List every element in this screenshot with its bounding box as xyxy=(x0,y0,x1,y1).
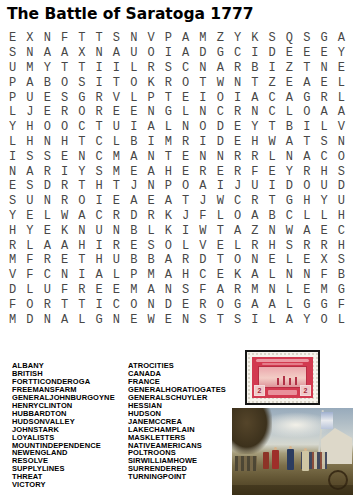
grid-cell[interactable]: E xyxy=(212,164,229,179)
grid-cell[interactable]: D xyxy=(160,297,177,312)
grid-cell[interactable]: P xyxy=(142,90,159,105)
grid-cell[interactable]: A xyxy=(160,268,177,283)
grid-cell[interactable]: K xyxy=(160,209,177,224)
grid-cell[interactable]: L xyxy=(108,268,125,283)
grid-cell[interactable]: U xyxy=(21,194,38,209)
grid-cell[interactable]: N xyxy=(212,149,229,164)
grid-cell[interactable]: O xyxy=(21,297,38,312)
grid-cell[interactable]: N xyxy=(142,105,159,120)
grid-cell[interactable]: S xyxy=(4,46,21,61)
grid-cell[interactable]: U xyxy=(246,179,263,194)
grid-cell[interactable]: L xyxy=(21,238,38,253)
grid-cell[interactable]: R xyxy=(56,179,73,194)
grid-cell[interactable]: P xyxy=(125,268,142,283)
grid-cell[interactable]: A xyxy=(125,149,142,164)
grid-cell[interactable]: E xyxy=(39,105,56,120)
grid-cell[interactable]: W xyxy=(263,135,280,150)
grid-cell[interactable]: T xyxy=(212,253,229,268)
grid-cell[interactable]: A xyxy=(177,31,194,46)
grid-cell[interactable]: W xyxy=(56,209,73,224)
grid-cell[interactable]: N xyxy=(73,149,90,164)
grid-cell[interactable]: B xyxy=(333,268,350,283)
grid-cell[interactable]: L xyxy=(177,105,194,120)
grid-cell[interactable]: O xyxy=(39,120,56,135)
grid-cell[interactable]: R xyxy=(90,90,107,105)
grid-cell[interactable]: N xyxy=(160,283,177,298)
grid-cell[interactable]: R xyxy=(229,164,246,179)
grid-cell[interactable]: E xyxy=(125,105,142,120)
grid-cell[interactable]: R xyxy=(56,105,73,120)
grid-cell[interactable]: I xyxy=(142,135,159,150)
grid-cell[interactable]: X xyxy=(73,46,90,61)
grid-cell[interactable]: K xyxy=(229,268,246,283)
grid-cell[interactable]: A xyxy=(142,283,159,298)
grid-cell[interactable]: Y xyxy=(298,312,315,327)
grid-cell[interactable]: C xyxy=(90,209,107,224)
grid-cell[interactable]: N xyxy=(39,194,56,209)
grid-cell[interactable]: L xyxy=(4,105,21,120)
grid-cell[interactable]: K xyxy=(142,75,159,90)
grid-cell[interactable]: V xyxy=(333,120,350,135)
grid-cell[interactable]: W xyxy=(281,223,298,238)
grid-cell[interactable]: A xyxy=(281,312,298,327)
grid-cell[interactable]: N xyxy=(246,253,263,268)
grid-cell[interactable]: H xyxy=(333,238,350,253)
grid-cell[interactable]: G xyxy=(229,297,246,312)
grid-cell[interactable]: N xyxy=(194,149,211,164)
grid-cell[interactable]: O xyxy=(212,90,229,105)
grid-cell[interactable]: E xyxy=(212,268,229,283)
grid-cell[interactable]: O xyxy=(125,297,142,312)
grid-cell[interactable]: E xyxy=(90,283,107,298)
grid-cell[interactable]: H xyxy=(246,135,263,150)
grid-cell[interactable]: Y xyxy=(39,61,56,76)
grid-cell[interactable]: A xyxy=(39,238,56,253)
grid-cell[interactable]: O xyxy=(177,75,194,90)
grid-cell[interactable]: B xyxy=(281,120,298,135)
grid-cell[interactable]: O xyxy=(315,312,332,327)
grid-cell[interactable]: Q xyxy=(281,31,298,46)
grid-cell[interactable]: I xyxy=(125,120,142,135)
grid-cell[interactable]: E xyxy=(315,46,332,61)
grid-cell[interactable]: I xyxy=(212,179,229,194)
grid-cell[interactable]: H xyxy=(90,253,107,268)
grid-cell[interactable]: A xyxy=(298,223,315,238)
grid-cell[interactable]: H xyxy=(315,164,332,179)
grid-cell[interactable]: U xyxy=(4,61,21,76)
grid-cell[interactable]: M xyxy=(246,283,263,298)
grid-cell[interactable]: C xyxy=(263,90,280,105)
grid-cell[interactable]: R xyxy=(246,238,263,253)
grid-cell[interactable]: C xyxy=(39,268,56,283)
grid-cell[interactable]: A xyxy=(21,164,38,179)
grid-cell[interactable]: J xyxy=(125,179,142,194)
grid-cell[interactable]: C xyxy=(229,194,246,209)
grid-cell[interactable]: E xyxy=(229,120,246,135)
grid-cell[interactable]: J xyxy=(21,105,38,120)
grid-cell[interactable]: N xyxy=(4,164,21,179)
grid-cell[interactable]: N xyxy=(125,31,142,46)
grid-cell[interactable]: F xyxy=(4,297,21,312)
grid-cell[interactable]: E xyxy=(125,164,142,179)
grid-cell[interactable]: S xyxy=(142,238,159,253)
grid-cell[interactable]: D xyxy=(39,179,56,194)
grid-cell[interactable]: K xyxy=(160,223,177,238)
grid-cell[interactable]: W xyxy=(212,194,229,209)
grid-cell[interactable]: K xyxy=(56,223,73,238)
grid-cell[interactable]: G xyxy=(315,297,332,312)
grid-cell[interactable]: L xyxy=(263,312,280,327)
grid-cell[interactable]: N xyxy=(90,46,107,61)
grid-cell[interactable]: T xyxy=(90,31,107,46)
grid-cell[interactable]: M xyxy=(125,283,142,298)
grid-cell[interactable]: T xyxy=(263,120,280,135)
grid-cell[interactable]: Z xyxy=(263,75,280,90)
grid-cell[interactable]: X xyxy=(315,253,332,268)
grid-cell[interactable]: M xyxy=(4,312,21,327)
grid-cell[interactable]: D xyxy=(194,253,211,268)
grid-cell[interactable]: I xyxy=(229,90,246,105)
grid-cell[interactable]: F xyxy=(246,164,263,179)
grid-cell[interactable]: N xyxy=(229,75,246,90)
grid-cell[interactable]: L xyxy=(108,135,125,150)
grid-cell[interactable]: R xyxy=(56,194,73,209)
grid-cell[interactable]: Z xyxy=(212,31,229,46)
grid-cell[interactable]: T xyxy=(108,75,125,90)
grid-cell[interactable]: R xyxy=(160,75,177,90)
grid-cell[interactable]: S xyxy=(21,149,38,164)
grid-cell[interactable]: A xyxy=(142,164,159,179)
grid-cell[interactable]: V xyxy=(194,238,211,253)
grid-cell[interactable]: S xyxy=(315,135,332,150)
grid-cell[interactable]: G xyxy=(298,297,315,312)
grid-cell[interactable]: O xyxy=(212,297,229,312)
grid-cell[interactable]: E xyxy=(142,194,159,209)
grid-cell[interactable]: G xyxy=(333,283,350,298)
grid-cell[interactable]: I xyxy=(160,46,177,61)
grid-cell[interactable]: E xyxy=(21,209,38,224)
grid-cell[interactable]: E xyxy=(108,194,125,209)
grid-cell[interactable]: F xyxy=(56,31,73,46)
grid-cell[interactable]: A xyxy=(125,194,142,209)
grid-cell[interactable]: N xyxy=(108,312,125,327)
grid-cell[interactable]: Y xyxy=(73,164,90,179)
grid-cell[interactable]: Y xyxy=(4,120,21,135)
grid-cell[interactable]: L xyxy=(333,75,350,90)
grid-cell[interactable]: M xyxy=(21,61,38,76)
grid-cell[interactable]: A xyxy=(108,46,125,61)
grid-cell[interactable]: W xyxy=(212,75,229,90)
grid-cell[interactable]: I xyxy=(4,149,21,164)
grid-cell[interactable]: U xyxy=(315,179,332,194)
grid-cell[interactable]: N xyxy=(263,223,280,238)
grid-cell[interactable]: N xyxy=(108,223,125,238)
grid-cell[interactable]: E xyxy=(177,149,194,164)
grid-cell[interactable]: N xyxy=(56,268,73,283)
grid-cell[interactable]: L xyxy=(4,135,21,150)
grid-cell[interactable]: Z xyxy=(281,61,298,76)
grid-cell[interactable]: A xyxy=(263,297,280,312)
grid-cell[interactable]: U xyxy=(39,283,56,298)
grid-cell[interactable]: E xyxy=(212,238,229,253)
grid-cell[interactable]: M xyxy=(194,31,211,46)
grid-cell[interactable]: U xyxy=(108,120,125,135)
grid-cell[interactable]: R xyxy=(246,149,263,164)
grid-cell[interactable]: H xyxy=(56,135,73,150)
grid-cell[interactable]: L xyxy=(281,297,298,312)
grid-cell[interactable]: U xyxy=(333,194,350,209)
grid-cell[interactable]: T xyxy=(263,194,280,209)
grid-cell[interactable]: Z xyxy=(246,223,263,238)
grid-cell[interactable]: G xyxy=(160,105,177,120)
grid-cell[interactable]: R xyxy=(39,164,56,179)
grid-cell[interactable]: H xyxy=(4,223,21,238)
grid-cell[interactable]: O xyxy=(142,46,159,61)
grid-cell[interactable]: R xyxy=(315,238,332,253)
grid-cell[interactable]: I xyxy=(194,135,211,150)
grid-cell[interactable]: A xyxy=(298,149,315,164)
grid-cell[interactable]: E xyxy=(39,90,56,105)
grid-cell[interactable]: F xyxy=(56,283,73,298)
grid-cell[interactable]: L xyxy=(142,223,159,238)
grid-cell[interactable]: W xyxy=(142,312,159,327)
grid-cell[interactable]: S xyxy=(194,312,211,327)
grid-cell[interactable]: D xyxy=(125,209,142,224)
grid-cell[interactable]: I xyxy=(90,238,107,253)
grid-cell[interactable]: Y xyxy=(246,120,263,135)
grid-cell[interactable]: I xyxy=(298,120,315,135)
grid-cell[interactable]: T xyxy=(73,179,90,194)
grid-cell[interactable]: S xyxy=(56,90,73,105)
grid-cell[interactable]: A xyxy=(246,268,263,283)
grid-cell[interactable]: R xyxy=(194,164,211,179)
grid-cell[interactable]: S xyxy=(108,31,125,46)
grid-cell[interactable]: S xyxy=(229,312,246,327)
grid-cell[interactable]: T xyxy=(160,149,177,164)
grid-cell[interactable]: B xyxy=(125,135,142,150)
grid-cell[interactable]: S xyxy=(263,31,280,46)
grid-cell[interactable]: R xyxy=(108,209,125,224)
grid-cell[interactable]: E xyxy=(108,283,125,298)
grid-cell[interactable]: D xyxy=(281,179,298,194)
grid-cell[interactable]: E xyxy=(108,105,125,120)
grid-cell[interactable]: R xyxy=(229,61,246,76)
grid-cell[interactable]: I xyxy=(177,223,194,238)
grid-cell[interactable]: I xyxy=(246,46,263,61)
grid-cell[interactable]: U xyxy=(90,223,107,238)
grid-cell[interactable]: U xyxy=(21,90,38,105)
grid-cell[interactable]: P xyxy=(160,179,177,194)
grid-cell[interactable]: A xyxy=(160,253,177,268)
grid-cell[interactable]: Y xyxy=(315,194,332,209)
grid-cell[interactable]: I xyxy=(90,75,107,90)
grid-cell[interactable]: C xyxy=(90,149,107,164)
grid-cell[interactable]: N xyxy=(333,135,350,150)
grid-cell[interactable]: L xyxy=(21,283,38,298)
grid-cell[interactable]: N xyxy=(246,105,263,120)
grid-cell[interactable]: I xyxy=(56,164,73,179)
grid-cell[interactable]: L xyxy=(229,238,246,253)
grid-cell[interactable]: R xyxy=(142,61,159,76)
grid-cell[interactable]: N xyxy=(177,312,194,327)
grid-cell[interactable]: R xyxy=(229,149,246,164)
grid-cell[interactable]: S xyxy=(333,164,350,179)
grid-cell[interactable]: B xyxy=(246,61,263,76)
grid-cell[interactable]: T xyxy=(73,297,90,312)
grid-cell[interactable]: A xyxy=(281,135,298,150)
grid-cell[interactable]: O xyxy=(298,105,315,120)
grid-cell[interactable]: M xyxy=(160,135,177,150)
grid-cell[interactable]: C xyxy=(263,105,280,120)
grid-cell[interactable]: Y xyxy=(4,209,21,224)
grid-cell[interactable]: A xyxy=(246,90,263,105)
grid-cell[interactable]: I xyxy=(108,61,125,76)
grid-cell[interactable]: O xyxy=(298,179,315,194)
grid-cell[interactable]: O xyxy=(194,120,211,135)
grid-cell[interactable]: A xyxy=(246,209,263,224)
grid-cell[interactable]: N xyxy=(39,312,56,327)
grid-cell[interactable]: T xyxy=(56,61,73,76)
grid-cell[interactable]: R xyxy=(4,238,21,253)
grid-cell[interactable]: E xyxy=(263,164,280,179)
grid-cell[interactable]: R xyxy=(194,297,211,312)
grid-cell[interactable]: T xyxy=(108,179,125,194)
grid-cell[interactable]: R xyxy=(108,238,125,253)
grid-cell[interactable]: L xyxy=(39,209,56,224)
grid-cell[interactable]: W xyxy=(194,223,211,238)
grid-cell[interactable]: R xyxy=(39,253,56,268)
grid-cell[interactable]: G xyxy=(90,312,107,327)
grid-cell[interactable]: E xyxy=(298,283,315,298)
grid-cell[interactable]: A xyxy=(90,268,107,283)
grid-cell[interactable]: C xyxy=(194,268,211,283)
grid-cell[interactable]: T xyxy=(73,253,90,268)
grid-cell[interactable]: L xyxy=(125,61,142,76)
grid-cell[interactable]: S xyxy=(160,61,177,76)
grid-cell[interactable]: A xyxy=(56,238,73,253)
grid-cell[interactable]: A xyxy=(315,105,332,120)
grid-cell[interactable]: D xyxy=(212,135,229,150)
grid-cell[interactable]: G xyxy=(212,46,229,61)
grid-cell[interactable]: H xyxy=(160,164,177,179)
grid-cell[interactable]: I xyxy=(73,268,90,283)
grid-cell[interactable]: M xyxy=(142,268,159,283)
grid-cell[interactable]: L xyxy=(263,149,280,164)
grid-cell[interactable]: F xyxy=(21,253,38,268)
grid-cell[interactable]: H xyxy=(90,179,107,194)
grid-cell[interactable]: P xyxy=(160,31,177,46)
grid-cell[interactable]: A xyxy=(212,61,229,76)
grid-cell[interactable]: R xyxy=(177,135,194,150)
grid-cell[interactable]: E xyxy=(263,253,280,268)
grid-cell[interactable]: S xyxy=(333,253,350,268)
grid-cell[interactable]: S xyxy=(298,31,315,46)
grid-cell[interactable]: Y xyxy=(281,164,298,179)
grid-cell[interactable]: L xyxy=(281,283,298,298)
grid-cell[interactable]: C xyxy=(212,105,229,120)
grid-cell[interactable]: I xyxy=(263,61,280,76)
grid-cell[interactable]: E xyxy=(39,223,56,238)
grid-cell[interactable]: D xyxy=(4,283,21,298)
grid-cell[interactable]: M xyxy=(108,164,125,179)
grid-cell[interactable]: T xyxy=(73,31,90,46)
grid-cell[interactable]: O xyxy=(177,179,194,194)
grid-cell[interactable]: D xyxy=(263,46,280,61)
grid-cell[interactable]: T xyxy=(246,75,263,90)
grid-cell[interactable]: H xyxy=(333,209,350,224)
grid-cell[interactable]: M xyxy=(315,283,332,298)
grid-cell[interactable]: T xyxy=(90,120,107,135)
grid-cell[interactable]: E xyxy=(298,46,315,61)
grid-cell[interactable]: A xyxy=(333,31,350,46)
grid-cell[interactable]: N xyxy=(142,297,159,312)
grid-cell[interactable]: O xyxy=(73,105,90,120)
grid-cell[interactable]: E xyxy=(177,90,194,105)
grid-cell[interactable]: H xyxy=(263,238,280,253)
grid-cell[interactable]: J xyxy=(194,194,211,209)
grid-cell[interactable]: L xyxy=(177,238,194,253)
grid-cell[interactable]: L xyxy=(315,120,332,135)
grid-cell[interactable]: A xyxy=(177,46,194,61)
grid-cell[interactable]: T xyxy=(73,61,90,76)
grid-cell[interactable]: N xyxy=(142,179,159,194)
grid-cell[interactable]: S xyxy=(281,238,298,253)
grid-cell[interactable]: N xyxy=(263,283,280,298)
grid-cell[interactable]: E xyxy=(177,164,194,179)
grid-cell[interactable]: H xyxy=(73,238,90,253)
grid-cell[interactable]: N xyxy=(281,149,298,164)
grid-cell[interactable]: A xyxy=(39,46,56,61)
grid-cell[interactable]: N xyxy=(315,61,332,76)
grid-cell[interactable]: V xyxy=(142,31,159,46)
grid-cell[interactable]: A xyxy=(21,75,38,90)
grid-cell[interactable]: R xyxy=(315,90,332,105)
grid-cell[interactable]: O xyxy=(56,75,73,90)
grid-cell[interactable]: A xyxy=(298,75,315,90)
grid-cell[interactable]: R xyxy=(229,283,246,298)
grid-cell[interactable]: C xyxy=(73,120,90,135)
grid-cell[interactable]: H xyxy=(177,268,194,283)
grid-cell[interactable]: C xyxy=(333,223,350,238)
grid-cell[interactable]: T xyxy=(73,135,90,150)
grid-cell[interactable]: I xyxy=(263,179,280,194)
grid-cell[interactable]: B xyxy=(125,223,142,238)
grid-cell[interactable]: V xyxy=(4,268,21,283)
grid-cell[interactable]: I xyxy=(246,312,263,327)
grid-cell[interactable]: Y xyxy=(21,223,38,238)
grid-cell[interactable]: L xyxy=(73,312,90,327)
grid-cell[interactable]: F xyxy=(315,268,332,283)
grid-cell[interactable]: P xyxy=(4,75,21,90)
grid-cell[interactable]: D xyxy=(194,46,211,61)
grid-cell[interactable]: E xyxy=(4,179,21,194)
grid-cell[interactable]: D xyxy=(21,312,38,327)
grid-cell[interactable]: E xyxy=(298,253,315,268)
grid-cell[interactable]: F xyxy=(194,209,211,224)
grid-cell[interactable]: C xyxy=(229,46,246,61)
grid-cell[interactable]: G xyxy=(281,194,298,209)
grid-cell[interactable]: T xyxy=(56,297,73,312)
grid-cell[interactable]: C xyxy=(281,209,298,224)
grid-cell[interactable]: A xyxy=(160,194,177,209)
grid-cell[interactable]: N xyxy=(194,61,211,76)
grid-cell[interactable]: L xyxy=(281,253,298,268)
grid-cell[interactable]: F xyxy=(333,297,350,312)
grid-cell[interactable]: E xyxy=(315,75,332,90)
grid-cell[interactable]: R xyxy=(229,105,246,120)
grid-cell[interactable]: B xyxy=(39,75,56,90)
grid-cell[interactable]: R xyxy=(177,253,194,268)
